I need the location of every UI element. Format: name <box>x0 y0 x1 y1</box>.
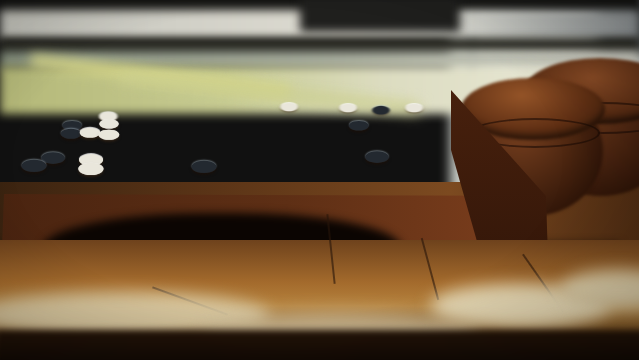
grid-line-vertical <box>314 103 364 194</box>
stone-black-Q13[interactable]: ● <box>347 119 369 132</box>
stone-black-R16[interactable]: ● <box>371 103 391 114</box>
star-point <box>69 180 73 181</box>
grid-line-vertical <box>261 107 298 194</box>
stone-white-E6[interactable]: ● <box>76 160 105 176</box>
background-dark-object <box>300 0 460 32</box>
star-point <box>203 178 209 179</box>
star-point <box>190 124 195 125</box>
stone-white-O18[interactable]: ● <box>279 101 299 112</box>
stone-black-K6[interactable]: ● <box>190 157 218 173</box>
grid-line-vertical <box>287 105 330 194</box>
stone-white-Q17[interactable]: ● <box>338 101 358 112</box>
stump-shadow-base <box>0 330 639 360</box>
star-point <box>364 142 372 143</box>
stone-black-B7[interactable]: ● <box>20 157 48 173</box>
star-point <box>196 149 201 150</box>
go-scene-photo: ●●●●●●●●●●●●●●●●● <box>0 0 639 360</box>
stone-white-S16[interactable]: ● <box>404 101 424 112</box>
stone-black-Q7[interactable]: ● <box>363 148 390 163</box>
star-point <box>69 154 73 155</box>
star-point <box>383 175 391 176</box>
stone-white-F14[interactable]: ● <box>97 128 121 141</box>
